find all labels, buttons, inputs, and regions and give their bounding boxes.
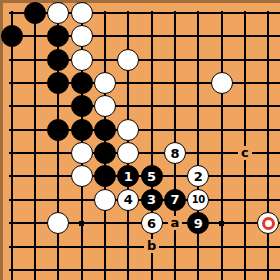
stone-black bbox=[47, 25, 70, 48]
move-number: 4 bbox=[124, 193, 133, 206]
black-stone bbox=[47, 119, 69, 141]
white-stone bbox=[94, 189, 116, 211]
stone-black bbox=[93, 165, 116, 188]
stone-black bbox=[23, 1, 46, 24]
black-stone bbox=[94, 119, 116, 141]
point-letter: b bbox=[144, 239, 159, 253]
stone-black bbox=[47, 118, 70, 141]
white-stone bbox=[117, 49, 139, 71]
black-stone bbox=[94, 142, 116, 164]
black-stone bbox=[71, 72, 93, 94]
stone-white bbox=[70, 165, 93, 188]
stone-white-move-10: 10 bbox=[187, 188, 210, 211]
white-stone bbox=[257, 212, 279, 234]
stone-white bbox=[93, 95, 116, 118]
stone-white bbox=[93, 188, 116, 211]
white-stone bbox=[47, 212, 69, 234]
stone-white-move-6: 6 bbox=[140, 211, 163, 234]
point-letter: c bbox=[238, 146, 252, 160]
stone-white-move-8: 8 bbox=[163, 141, 186, 164]
move-number: 8 bbox=[170, 146, 179, 159]
stone-white bbox=[70, 48, 93, 71]
black-stone: 3 bbox=[141, 189, 163, 211]
black-stone bbox=[47, 72, 69, 94]
stone-black-move-1: 1 bbox=[117, 165, 140, 188]
white-stone bbox=[47, 2, 69, 24]
stone-black-move-7: 7 bbox=[163, 188, 186, 211]
black-stone bbox=[71, 119, 93, 141]
white-stone bbox=[71, 165, 93, 187]
move-number: 1 bbox=[124, 169, 133, 182]
black-stone bbox=[71, 95, 93, 117]
stone-white bbox=[117, 141, 140, 164]
white-stone bbox=[71, 49, 93, 71]
white-stone bbox=[211, 72, 233, 94]
stone-black-move-9: 9 bbox=[187, 211, 210, 234]
star-point bbox=[70, 211, 93, 234]
stone-white bbox=[70, 141, 93, 164]
move-number: 9 bbox=[194, 216, 203, 229]
white-stone bbox=[71, 2, 93, 24]
stone-white bbox=[93, 71, 116, 94]
black-stone bbox=[47, 49, 69, 71]
stone-white bbox=[47, 211, 70, 234]
intersection-grid: 81524371069abc bbox=[0, 1, 280, 280]
move-number: 2 bbox=[194, 169, 203, 182]
black-stone bbox=[1, 25, 23, 47]
move-number: 5 bbox=[147, 169, 156, 182]
stone-black-move-3: 3 bbox=[140, 188, 163, 211]
stone-white bbox=[210, 71, 233, 94]
star-point-dot bbox=[79, 221, 84, 226]
stone-black bbox=[70, 71, 93, 94]
star-point bbox=[210, 211, 233, 234]
stone-black bbox=[93, 118, 116, 141]
stone-black bbox=[47, 48, 70, 71]
black-stone: 9 bbox=[187, 212, 209, 234]
point-label-b: b bbox=[140, 235, 163, 258]
stone-black bbox=[70, 118, 93, 141]
black-stone: 7 bbox=[164, 189, 186, 211]
move-number: 6 bbox=[147, 216, 156, 229]
stone-black bbox=[47, 71, 70, 94]
go-board: 81524371069abc bbox=[0, 0, 280, 280]
stone-black-move-5: 5 bbox=[140, 165, 163, 188]
white-stone bbox=[117, 142, 139, 164]
stone-white bbox=[70, 1, 93, 24]
point-label-a: a bbox=[163, 211, 186, 234]
white-stone: 10 bbox=[187, 189, 209, 211]
point-label-c: c bbox=[233, 141, 256, 164]
red-circle-mark bbox=[262, 217, 275, 230]
move-number: 10 bbox=[192, 194, 205, 204]
stone-white-move-2: 2 bbox=[187, 165, 210, 188]
star-point-dot bbox=[219, 221, 224, 226]
white-stone bbox=[71, 25, 93, 47]
white-stone bbox=[71, 142, 93, 164]
white-stone: 2 bbox=[187, 165, 209, 187]
white-stone bbox=[94, 95, 116, 117]
move-number: 3 bbox=[147, 193, 156, 206]
black-stone bbox=[94, 165, 116, 187]
black-stone: 5 bbox=[141, 165, 163, 187]
white-stone bbox=[94, 72, 116, 94]
white-stone bbox=[117, 119, 139, 141]
move-number: 7 bbox=[170, 193, 179, 206]
stone-white-move-4: 4 bbox=[117, 188, 140, 211]
white-stone: 4 bbox=[117, 189, 139, 211]
white-stone: 8 bbox=[164, 142, 186, 164]
black-stone bbox=[47, 25, 69, 47]
black-stone bbox=[24, 2, 46, 24]
white-stone: 6 bbox=[141, 212, 163, 234]
stone-white bbox=[70, 25, 93, 48]
point-letter: a bbox=[168, 216, 183, 230]
stone-white-marked bbox=[257, 211, 280, 234]
stone-white bbox=[117, 48, 140, 71]
stone-black bbox=[0, 25, 23, 48]
stone-white bbox=[47, 1, 70, 24]
black-stone: 1 bbox=[117, 165, 139, 187]
stone-white bbox=[117, 118, 140, 141]
stone-black bbox=[70, 95, 93, 118]
stone-black bbox=[93, 141, 116, 164]
